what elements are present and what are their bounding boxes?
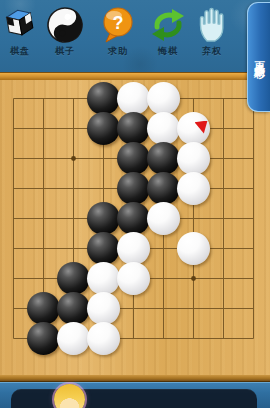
board-point[interactable] [118,263,148,293]
board-point[interactable] [178,173,208,203]
board-point[interactable] [28,83,58,113]
player-info-panel [11,389,257,408]
white-stone [57,322,90,355]
board-point[interactable] [148,143,178,173]
board-point[interactable] [208,323,238,353]
svg-text:?: ? [113,13,124,33]
white-stone [117,82,150,115]
board-point[interactable] [58,203,88,233]
board-point[interactable] [118,293,148,323]
board-point[interactable] [238,173,268,203]
toolbar-label-undo: 悔棋 [145,46,191,56]
board-point[interactable] [58,113,88,143]
board-point[interactable] [178,113,208,143]
board-point[interactable] [238,293,268,323]
board-point[interactable] [88,113,118,143]
toolbar-label-stone-style: 棋子 [42,46,88,56]
board-point[interactable] [208,293,238,323]
board-point[interactable] [58,233,88,263]
board-point[interactable] [208,203,238,233]
black-stone [87,112,120,145]
board-point[interactable] [178,233,208,263]
bottom-bar [0,382,270,408]
toolbar-label-pass: 弃权 [189,46,235,56]
board-point[interactable] [208,83,238,113]
board-point[interactable] [0,113,28,143]
white-stone [147,112,180,145]
board-point[interactable] [0,143,28,173]
board-point[interactable] [58,143,88,173]
cube-icon [0,4,43,46]
board-point[interactable] [28,203,58,233]
board-point[interactable] [0,83,28,113]
go-board[interactable] [0,80,270,375]
board-point[interactable] [118,83,148,113]
black-stone [27,322,60,355]
player-avatar[interactable] [54,384,85,408]
board-point[interactable] [238,113,268,143]
black-stone [87,82,120,115]
board-point[interactable] [178,83,208,113]
board-point[interactable] [118,113,148,143]
toolbar-button-undo[interactable]: 悔棋 [145,4,191,56]
board-point[interactable] [88,323,118,353]
board-bottom-edge [0,375,270,382]
board-point[interactable] [28,323,58,353]
board-point[interactable] [28,233,58,263]
white-stone [117,262,150,295]
more-content-tab[interactable]: 更多精彩 [247,2,270,112]
board-point[interactable] [28,263,58,293]
board-point[interactable] [148,83,178,113]
black-stone [147,172,180,205]
board-point[interactable] [238,203,268,233]
board-point[interactable] [88,233,118,263]
board-point[interactable] [0,173,28,203]
black-stone [87,232,120,265]
black-stone [117,202,150,235]
board-point[interactable] [208,233,238,263]
board-point[interactable] [28,173,58,203]
board-point[interactable] [58,323,88,353]
board-point[interactable] [0,293,28,323]
question-bubble-icon: ? [95,4,141,46]
board-intersections [0,83,268,353]
toolbar-button-pass[interactable]: 弃权 [189,4,235,56]
white-stone [177,112,210,145]
white-stone [177,232,210,265]
board-point[interactable] [28,113,58,143]
board-point[interactable] [178,263,208,293]
go-app-screen: 棋盘 棋子 ? [0,0,270,408]
board-point[interactable] [178,323,208,353]
board-point[interactable] [58,83,88,113]
white-stone [87,292,120,325]
white-stone [87,322,120,355]
board-point[interactable] [58,263,88,293]
board-point[interactable] [118,323,148,353]
board-point[interactable] [148,263,178,293]
white-stone [147,82,180,115]
toolbar-label-board-style: 棋盘 [0,46,43,56]
board-point[interactable] [0,203,28,233]
black-stone [117,172,150,205]
black-stone [117,112,150,145]
board-point[interactable] [118,233,148,263]
black-stone [117,142,150,175]
black-stone [27,292,60,325]
board-point[interactable] [178,293,208,323]
last-move-marker [195,121,208,134]
white-stone [117,232,150,265]
board-point[interactable] [148,173,178,203]
yinyang-icon [42,4,88,46]
board-point[interactable] [148,323,178,353]
board-point[interactable] [88,173,118,203]
board-point[interactable] [88,263,118,293]
board-point[interactable] [118,143,148,173]
white-stone [87,262,120,295]
board-point[interactable] [88,143,118,173]
board-point[interactable] [58,173,88,203]
board-point[interactable] [148,293,178,323]
board-point[interactable] [148,113,178,143]
black-stone [57,292,90,325]
green-arrows-icon [145,4,191,46]
board-point[interactable] [28,143,58,173]
board-point[interactable] [0,263,28,293]
top-toolbar: 棋盘 棋子 ? [0,0,270,72]
white-stone [147,202,180,235]
board-point[interactable] [238,143,268,173]
board-point[interactable] [208,113,238,143]
board-point[interactable] [58,293,88,323]
toolbar-label-help: 求助 [95,46,141,56]
toolbar-button-stone-style[interactable]: 棋子 [42,4,88,56]
board-point[interactable] [88,203,118,233]
black-stone [87,202,120,235]
board-point[interactable] [238,263,268,293]
board-point[interactable] [208,143,238,173]
board-point[interactable] [148,203,178,233]
white-stone [177,172,210,205]
board-point[interactable] [208,173,238,203]
board-point[interactable] [178,143,208,173]
board-point[interactable] [0,323,28,353]
board-point[interactable] [88,293,118,323]
board-point[interactable] [238,233,268,263]
board-point[interactable] [148,233,178,263]
toolbar-button-board-style[interactable]: 棋盘 [0,4,43,56]
board-point[interactable] [118,173,148,203]
black-stone [57,262,90,295]
white-stone [177,142,210,175]
board-point[interactable] [238,323,268,353]
black-stone [147,142,180,175]
board-point[interactable] [88,83,118,113]
board-point[interactable] [208,263,238,293]
board-point[interactable] [118,203,148,233]
hand-icon [189,4,235,46]
board-point[interactable] [28,293,58,323]
board-top-edge [0,72,270,80]
board-point[interactable] [0,233,28,263]
board-point[interactable] [178,203,208,233]
toolbar-button-help[interactable]: ? 求助 [95,4,141,56]
